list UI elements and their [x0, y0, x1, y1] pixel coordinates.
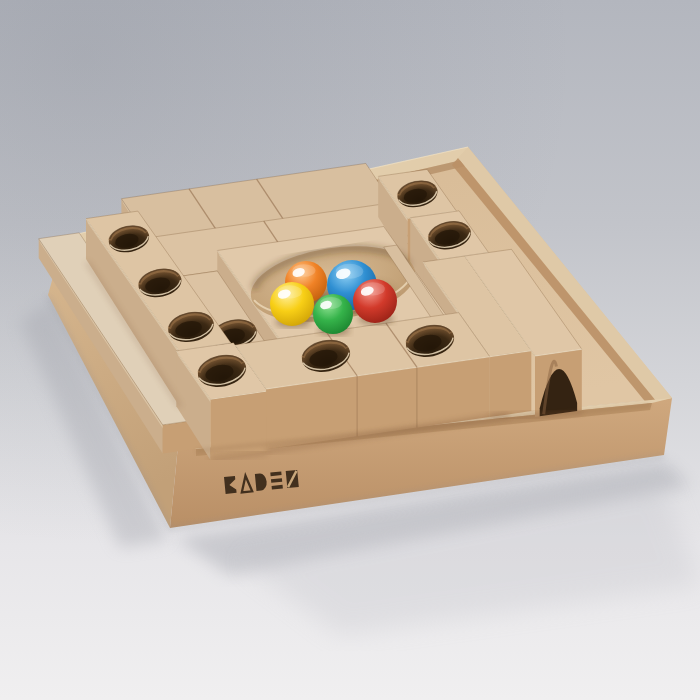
ball-yellow[interactable]: [270, 282, 314, 326]
ball-red[interactable]: [353, 279, 397, 323]
marble-run-scene: KADEN: [0, 0, 700, 700]
ball-green[interactable]: [313, 294, 353, 334]
photo-stage: KADEN: [0, 0, 700, 700]
